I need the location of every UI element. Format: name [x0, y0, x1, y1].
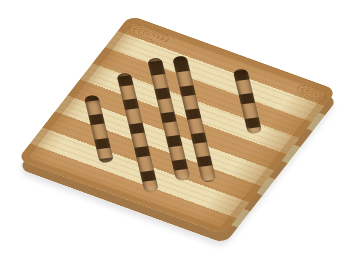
- product-photo: [0, 0, 350, 275]
- trivet-slot-5: [233, 68, 263, 134]
- trivet-slots-group: [130, 15, 337, 90]
- bamboo-knot-grain: [123, 21, 174, 47]
- trivet-slot-1: [84, 95, 114, 164]
- trivet-slot-2: [116, 72, 159, 192]
- trivet-board: [17, 15, 337, 235]
- bamboo-knot-grain: [291, 81, 331, 105]
